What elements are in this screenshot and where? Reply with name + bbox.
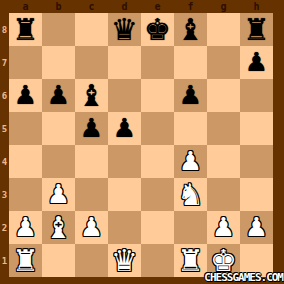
square-e1	[141, 244, 174, 277]
square-f7	[174, 46, 207, 79]
square-c5: ♟	[75, 112, 108, 145]
piece-black-pawn-d5: ♟	[113, 112, 136, 145]
chessgames-watermark: CHESSGAMES.COM	[204, 271, 283, 284]
square-g6	[207, 79, 240, 112]
square-h7: ♟	[240, 46, 273, 79]
piece-black-bishop-f8: ♝	[177, 13, 204, 46]
square-g5	[207, 112, 240, 145]
square-h3	[240, 178, 273, 211]
square-c8	[75, 13, 108, 46]
square-d8: ♛	[108, 13, 141, 46]
square-a3	[9, 178, 42, 211]
piece-white-pawn-g2: ♟	[212, 211, 235, 244]
piece-black-pawn-f6: ♟	[179, 79, 202, 112]
square-d6	[108, 79, 141, 112]
square-h5	[240, 112, 273, 145]
square-b2: ♝	[42, 211, 75, 244]
piece-white-bishop-b2: ♝	[45, 211, 72, 244]
square-d3	[108, 178, 141, 211]
square-e3	[141, 178, 174, 211]
rank-label-8: 8	[0, 13, 9, 46]
square-h6	[240, 79, 273, 112]
square-e2	[141, 211, 174, 244]
piece-white-pawn-a2: ♟	[14, 211, 37, 244]
board-grid: ♜♛♚♝♜♟♟♟♝♟♟♟♟♟♞♟♝♟♟♟♜♛♜♚	[9, 13, 273, 277]
piece-white-rook-a1: ♜	[12, 244, 39, 277]
rank-label-2: 2	[0, 211, 9, 244]
square-e6	[141, 79, 174, 112]
square-e8: ♚	[141, 13, 174, 46]
square-f8: ♝	[174, 13, 207, 46]
square-e4	[141, 145, 174, 178]
file-label-b: b	[42, 0, 75, 13]
rank-label-5: 5	[0, 112, 9, 145]
square-f1: ♜	[174, 244, 207, 277]
square-c7	[75, 46, 108, 79]
square-e5	[141, 112, 174, 145]
piece-white-queen-d1: ♛	[111, 244, 138, 277]
square-c3	[75, 178, 108, 211]
square-g7	[207, 46, 240, 79]
square-c1	[75, 244, 108, 277]
piece-black-pawn-b6: ♟	[47, 79, 70, 112]
square-b7	[42, 46, 75, 79]
square-a8: ♜	[9, 13, 42, 46]
rank-label-3: 3	[0, 178, 9, 211]
square-a6: ♟	[9, 79, 42, 112]
square-d2	[108, 211, 141, 244]
rank-label-7: 7	[0, 46, 9, 79]
square-h2: ♟	[240, 211, 273, 244]
square-b3: ♟	[42, 178, 75, 211]
square-d4	[108, 145, 141, 178]
square-b4	[42, 145, 75, 178]
square-d1: ♛	[108, 244, 141, 277]
square-b5	[42, 112, 75, 145]
square-f3: ♞	[174, 178, 207, 211]
piece-white-pawn-b3: ♟	[47, 178, 70, 211]
square-e7	[141, 46, 174, 79]
file-label-c: c	[75, 0, 108, 13]
square-g4	[207, 145, 240, 178]
square-a1: ♜	[9, 244, 42, 277]
piece-white-pawn-f4: ♟	[179, 145, 202, 178]
rank-label-6: 6	[0, 79, 9, 112]
square-c6: ♝	[75, 79, 108, 112]
square-f4: ♟	[174, 145, 207, 178]
chessgames-board-diagram: abcdefgh 87654321 ♜♛♚♝♜♟♟♟♝♟♟♟♟♟♞♟♝♟♟♟♜♛…	[0, 0, 284, 284]
square-b1	[42, 244, 75, 277]
square-h8: ♜	[240, 13, 273, 46]
piece-black-queen-d8: ♛	[111, 13, 138, 46]
file-labels: abcdefgh	[9, 0, 273, 13]
piece-white-pawn-h2: ♟	[245, 211, 268, 244]
square-d7	[108, 46, 141, 79]
square-a4	[9, 145, 42, 178]
square-b8	[42, 13, 75, 46]
square-c2: ♟	[75, 211, 108, 244]
piece-black-rook-a8: ♜	[12, 13, 39, 46]
square-f2	[174, 211, 207, 244]
square-b6: ♟	[42, 79, 75, 112]
rank-labels: 87654321	[0, 13, 9, 277]
square-h4	[240, 145, 273, 178]
square-c4	[75, 145, 108, 178]
square-f5	[174, 112, 207, 145]
piece-black-rook-h8: ♜	[243, 13, 270, 46]
square-a7	[9, 46, 42, 79]
square-g2: ♟	[207, 211, 240, 244]
square-g3	[207, 178, 240, 211]
square-a2: ♟	[9, 211, 42, 244]
square-a5	[9, 112, 42, 145]
piece-black-pawn-c5: ♟	[80, 112, 103, 145]
rank-label-4: 4	[0, 145, 9, 178]
square-g8	[207, 13, 240, 46]
piece-black-king-e8: ♚	[144, 13, 171, 46]
piece-black-pawn-a6: ♟	[14, 79, 37, 112]
piece-white-pawn-c2: ♟	[80, 211, 103, 244]
rank-label-1: 1	[0, 244, 9, 277]
piece-black-pawn-h7: ♟	[245, 46, 268, 79]
square-d5: ♟	[108, 112, 141, 145]
piece-white-rook-f1: ♜	[177, 244, 204, 277]
file-label-g: g	[207, 0, 240, 13]
piece-black-bishop-c6: ♝	[78, 79, 105, 112]
piece-white-knight-f3: ♞	[177, 178, 204, 211]
square-f6: ♟	[174, 79, 207, 112]
